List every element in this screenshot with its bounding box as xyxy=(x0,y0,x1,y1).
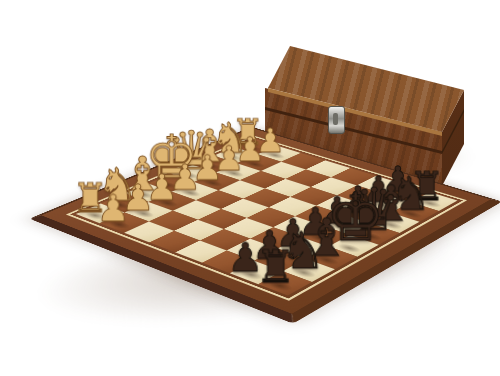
chess-board: ♜♟♟♜♞♟♟♞♝♟♟♝♛♟♟♛♚♟♟♚♝♟♟♝♞♟♟♞♜♟♟♜ xyxy=(29,127,500,324)
board-scene: ♜♟♟♜♞♟♟♞♝♟♟♝♛♟♟♛♚♟♟♚♝♟♟♝♞♟♟♞♜♟♟♜ xyxy=(0,0,500,376)
white-pawn[interactable]: ♟ xyxy=(96,190,131,227)
black-rook[interactable]: ♜ xyxy=(255,244,293,289)
board-grid: ♜♟♟♜♞♟♟♞♝♟♟♝♛♟♟♛♚♟♟♚♝♟♟♝♞♟♟♞♜♟♟♜ xyxy=(76,139,458,296)
product-photo: ♜♟♟♜♞♟♟♞♝♟♟♝♛♟♟♛♚♟♟♚♝♟♟♝♞♟♟♞♜♟♟♜ xyxy=(0,0,500,376)
